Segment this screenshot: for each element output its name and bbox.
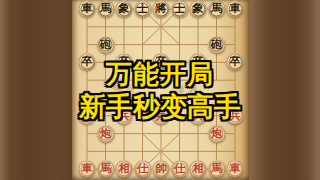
- piece-glyph: 相: [193, 163, 204, 174]
- piece-black-士-c5r0[interactable]: 士: [171, 1, 188, 18]
- piece-glyph: 將: [156, 3, 167, 14]
- piece-glyph: 砲: [211, 39, 222, 50]
- video-thumbnail-frame: 楚河 漢界 車馬象士將士象馬車砲砲卒卒卒卒卒兵兵兵兵兵炮炮車馬相仕帥仕相馬車 万…: [0, 0, 320, 180]
- piece-glyph: 士: [137, 3, 148, 14]
- piece-glyph: 士: [174, 3, 185, 14]
- piece-black-砲-c7r2[interactable]: 砲: [208, 36, 225, 53]
- piece-glyph: 砲: [100, 39, 111, 50]
- piece-black-車-c0r0[interactable]: 車: [79, 1, 96, 18]
- piece-glyph: 仕: [137, 163, 148, 174]
- caption-line-1: 万能开局: [0, 57, 320, 92]
- piece-red-相-c2r9[interactable]: 相: [116, 161, 133, 178]
- piece-glyph: 車: [230, 163, 241, 174]
- piece-glyph: 象: [119, 3, 130, 14]
- piece-red-車-c8r9[interactable]: 車: [227, 161, 244, 178]
- piece-glyph: 炮: [211, 128, 222, 139]
- piece-glyph: 車: [82, 163, 93, 174]
- piece-red-仕-c3r9[interactable]: 仕: [134, 161, 151, 178]
- piece-glyph: 象: [193, 3, 204, 14]
- piece-red-馬-c1r9[interactable]: 馬: [97, 161, 114, 178]
- caption-line-2: 新手秒变高手: [0, 89, 320, 125]
- piece-glyph: 車: [82, 3, 93, 14]
- piece-glyph: 馬: [100, 163, 111, 174]
- piece-red-馬-c7r9[interactable]: 馬: [208, 161, 225, 178]
- piece-glyph: 馬: [100, 3, 111, 14]
- piece-red-帥-c4r9[interactable]: 帥: [153, 161, 170, 178]
- piece-black-馬-c7r0[interactable]: 馬: [208, 1, 225, 18]
- piece-glyph: 仕: [174, 163, 185, 174]
- piece-red-相-c6r9[interactable]: 相: [190, 161, 207, 178]
- piece-red-仕-c5r9[interactable]: 仕: [171, 161, 188, 178]
- piece-black-馬-c1r0[interactable]: 馬: [97, 1, 114, 18]
- piece-black-砲-c1r2[interactable]: 砲: [97, 36, 114, 53]
- piece-red-炮-c1r7[interactable]: 炮: [97, 125, 114, 142]
- piece-glyph: 帥: [156, 163, 167, 174]
- piece-glyph: 馬: [211, 163, 222, 174]
- piece-red-炮-c7r7[interactable]: 炮: [208, 125, 225, 142]
- piece-glyph: 炮: [100, 128, 111, 139]
- piece-black-車-c8r0[interactable]: 車: [227, 1, 244, 18]
- piece-black-士-c3r0[interactable]: 士: [134, 1, 151, 18]
- piece-black-象-c2r0[interactable]: 象: [116, 1, 133, 18]
- piece-glyph: 車: [230, 3, 241, 14]
- piece-red-車-c0r9[interactable]: 車: [79, 161, 96, 178]
- piece-black-象-c6r0[interactable]: 象: [190, 1, 207, 18]
- piece-glyph: 相: [119, 163, 130, 174]
- piece-glyph: 馬: [211, 3, 222, 14]
- piece-black-將-c4r0[interactable]: 將: [153, 1, 170, 18]
